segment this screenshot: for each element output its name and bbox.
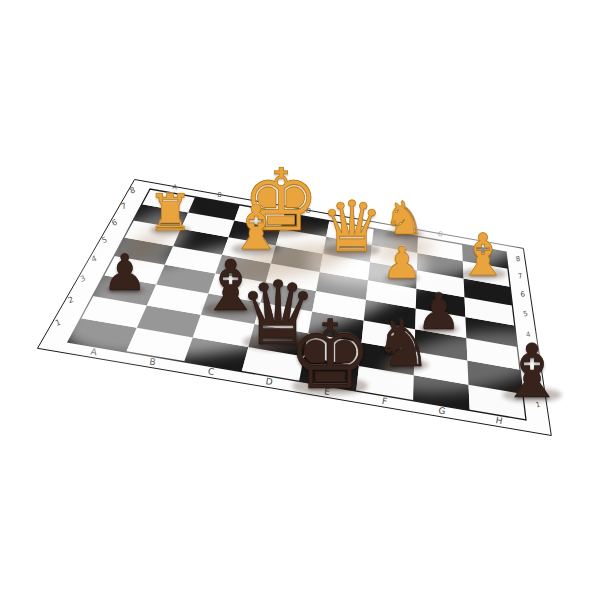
piece-shadow-f2 [377, 359, 428, 372]
piece-shadow-a3 [105, 285, 145, 295]
chess-set-product-photo: AABBCCDDEEFFGGHH1122334455667788 ♚♜♞♝♛♝♟… [0, 0, 600, 600]
piece-shadow-f4 [419, 324, 459, 334]
chessboard: AABBCCDDEEFFGGHH1122334455667788 [0, 0, 600, 600]
piece-shadow-h2 [502, 388, 561, 403]
piece-shadow-h7 [460, 268, 506, 280]
piece-shadow-d8 [247, 219, 316, 236]
piece-shadow-d2 [243, 333, 313, 351]
piece-shadow-d7 [231, 243, 281, 255]
piece-shadow-c3 [203, 302, 259, 316]
piece-shadow-g6 [384, 274, 419, 283]
piece-shadow-f7 [324, 243, 380, 257]
piece-shadow-e1 [292, 377, 368, 396]
piece-shadow-g8 [386, 229, 423, 238]
piece-shadow-a6 [150, 225, 190, 235]
